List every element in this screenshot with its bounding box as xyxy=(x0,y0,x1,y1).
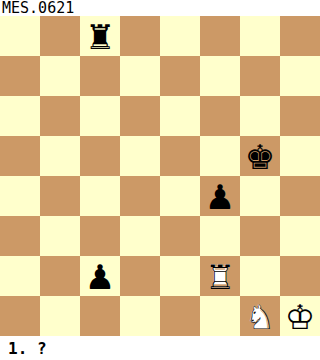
square-c3 xyxy=(80,216,120,256)
square-c1 xyxy=(80,296,120,336)
square-g3 xyxy=(240,216,280,256)
square-g4 xyxy=(240,176,280,216)
square-e2 xyxy=(160,256,200,296)
square-g2 xyxy=(240,256,280,296)
square-b2 xyxy=(40,256,80,296)
square-b5 xyxy=(40,136,80,176)
square-b3 xyxy=(40,216,80,256)
square-f1 xyxy=(200,296,240,336)
square-f3 xyxy=(200,216,240,256)
square-a5 xyxy=(0,136,40,176)
square-d5 xyxy=(120,136,160,176)
square-h6 xyxy=(280,96,320,136)
piece-white-king: ♔ xyxy=(280,296,320,336)
piece-white-rook: ♖ xyxy=(200,256,240,296)
square-c5 xyxy=(80,136,120,176)
square-b8 xyxy=(40,16,80,56)
square-b1 xyxy=(40,296,80,336)
square-h4 xyxy=(280,176,320,216)
square-a7 xyxy=(0,56,40,96)
square-g7 xyxy=(240,56,280,96)
square-f2: ♜♖ xyxy=(200,256,240,296)
square-h2 xyxy=(280,256,320,296)
square-a4 xyxy=(0,176,40,216)
piece-black-pawn: ♟ xyxy=(200,176,240,216)
square-d2 xyxy=(120,256,160,296)
square-h8 xyxy=(280,16,320,56)
square-d6 xyxy=(120,96,160,136)
square-a6 xyxy=(0,96,40,136)
square-g8 xyxy=(240,16,280,56)
square-a2 xyxy=(0,256,40,296)
square-d4 xyxy=(120,176,160,216)
square-e1 xyxy=(160,296,200,336)
square-h3 xyxy=(280,216,320,256)
piece-black-rook: ♜ xyxy=(80,16,120,56)
square-h1: ♚♔ xyxy=(280,296,320,336)
square-d3 xyxy=(120,216,160,256)
square-a3 xyxy=(0,216,40,256)
square-a1 xyxy=(0,296,40,336)
square-g1: ♞♘ xyxy=(240,296,280,336)
square-b6 xyxy=(40,96,80,136)
square-e8 xyxy=(160,16,200,56)
chess-board: ♜♚♟♟♜♖♞♘♚♔ xyxy=(0,16,320,336)
square-d8 xyxy=(120,16,160,56)
square-f5 xyxy=(200,136,240,176)
square-e5 xyxy=(160,136,200,176)
square-f7 xyxy=(200,56,240,96)
square-c6 xyxy=(80,96,120,136)
square-a8 xyxy=(0,16,40,56)
piece-black-pawn: ♟ xyxy=(80,256,120,296)
puzzle-title: MES.0621 xyxy=(2,0,74,16)
square-b7 xyxy=(40,56,80,96)
piece-black-king: ♚ xyxy=(240,136,280,176)
square-d1 xyxy=(120,296,160,336)
square-f6 xyxy=(200,96,240,136)
square-c8: ♜ xyxy=(80,16,120,56)
square-g5: ♚ xyxy=(240,136,280,176)
square-d7 xyxy=(120,56,160,96)
square-e7 xyxy=(160,56,200,96)
piece-white-knight: ♘ xyxy=(240,296,280,336)
square-c4 xyxy=(80,176,120,216)
chess-puzzle-window: MES.0621 ♜♚♟♟♜♖♞♘♚♔ 1. ? xyxy=(0,0,320,360)
square-g6 xyxy=(240,96,280,136)
square-e6 xyxy=(160,96,200,136)
square-b4 xyxy=(40,176,80,216)
square-h7 xyxy=(280,56,320,96)
square-f4: ♟ xyxy=(200,176,240,216)
square-h5 xyxy=(280,136,320,176)
square-c7 xyxy=(80,56,120,96)
square-f8 xyxy=(200,16,240,56)
move-prompt: 1. ? xyxy=(8,336,47,360)
square-e3 xyxy=(160,216,200,256)
square-c2: ♟ xyxy=(80,256,120,296)
square-e4 xyxy=(160,176,200,216)
